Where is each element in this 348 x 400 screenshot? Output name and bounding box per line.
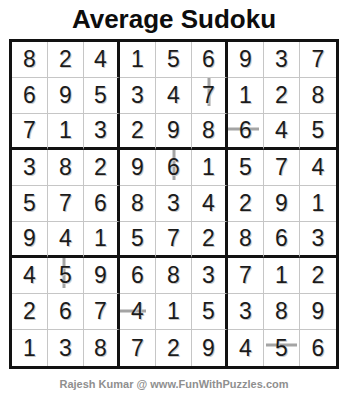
cell-r8c8: 8 <box>264 294 300 330</box>
digit: 4 <box>202 192 215 215</box>
digit: 3 <box>239 300 252 323</box>
sudoku-page: Average Sudoku 8241569376953471287132986… <box>0 0 348 400</box>
digit: 9 <box>312 300 325 323</box>
cell-r1c9: 7 <box>300 42 336 78</box>
cell-r1c2: 2 <box>48 42 84 78</box>
cell-r3c5: 9 <box>156 114 192 150</box>
digit: 8 <box>167 264 180 287</box>
cell-r6c4: 5 <box>120 222 156 258</box>
cell-r5c9: 1 <box>300 186 336 222</box>
digit: 8 <box>312 84 325 107</box>
digit: 7 <box>59 192 72 215</box>
cell-r6c3: 1 <box>84 222 120 258</box>
cell-r2c5: 4 <box>156 78 192 114</box>
cell-r2c4: 3 <box>120 78 156 114</box>
cell-r6c7: 8 <box>228 222 264 258</box>
digit: 5 <box>239 156 252 179</box>
digit: 1 <box>23 337 36 360</box>
cell-r5c3: 6 <box>84 186 120 222</box>
cell-r1c8: 3 <box>264 42 300 78</box>
cell-r3c9: 5 <box>300 114 336 150</box>
cell-r6c2: 4 <box>48 222 84 258</box>
digit: 5 <box>59 264 72 287</box>
cell-r1c5: 5 <box>156 42 192 78</box>
digit: 6 <box>202 48 215 71</box>
cell-r4c6: 1 <box>192 150 228 186</box>
cell-r6c6: 2 <box>192 222 228 258</box>
digit: 9 <box>131 156 144 179</box>
digit: 7 <box>23 119 36 142</box>
cell-r3c1: 7 <box>12 114 48 150</box>
digit: 5 <box>167 48 180 71</box>
footer-credit: Rajesh Kumar @ www.FunWithPuzzles.com <box>59 378 288 390</box>
digit: 6 <box>94 192 107 215</box>
digit: 9 <box>275 192 288 215</box>
digit: 3 <box>23 156 36 179</box>
cell-r9c4: 7 <box>120 330 156 366</box>
digit: 6 <box>312 337 325 360</box>
cell-r6c8: 6 <box>264 222 300 258</box>
digit: 1 <box>167 300 180 323</box>
digit: 2 <box>202 227 215 250</box>
digit: 2 <box>239 192 252 215</box>
cell-r2c7: 1 <box>228 78 264 114</box>
digit: 1 <box>59 119 72 142</box>
cell-r1c7: 9 <box>228 42 264 78</box>
digit: 4 <box>167 84 180 107</box>
digit: 4 <box>23 264 36 287</box>
digit: 4 <box>275 119 288 142</box>
digit: 2 <box>167 337 180 360</box>
sudoku-board: 8241569376953471287132986453829615745768… <box>9 39 339 369</box>
digit: 8 <box>202 119 215 142</box>
cell-r7c3: 9 <box>84 258 120 294</box>
cell-r7c9: 2 <box>300 258 336 294</box>
cell-r5c2: 7 <box>48 186 84 222</box>
digit: 3 <box>275 48 288 71</box>
digit: 5 <box>23 192 36 215</box>
cell-r1c3: 4 <box>84 42 120 78</box>
digit: 4 <box>131 300 144 323</box>
digit: 4 <box>239 337 252 360</box>
cell-r4c8: 7 <box>264 150 300 186</box>
digit: 2 <box>23 300 36 323</box>
digit: 5 <box>94 84 107 107</box>
digit: 6 <box>59 300 72 323</box>
cell-r3c3: 3 <box>84 114 120 150</box>
digit: 1 <box>202 156 215 179</box>
digit: 8 <box>131 192 144 215</box>
digit: 7 <box>275 156 288 179</box>
digit: 2 <box>131 119 144 142</box>
cell-r3c2: 1 <box>48 114 84 150</box>
digit: 7 <box>167 227 180 250</box>
digit: 7 <box>131 337 144 360</box>
digit: 2 <box>59 48 72 71</box>
digit: 8 <box>94 337 107 360</box>
cell-r6c1: 9 <box>12 222 48 258</box>
cell-r7c8: 1 <box>264 258 300 294</box>
digit: 7 <box>312 48 325 71</box>
digit: 2 <box>312 264 325 287</box>
cell-r4c5: 6 <box>156 150 192 186</box>
cell-r4c9: 4 <box>300 150 336 186</box>
digit: 3 <box>131 84 144 107</box>
digit: 3 <box>167 192 180 215</box>
digit: 9 <box>239 48 252 71</box>
digit: 9 <box>167 119 180 142</box>
cell-r7c5: 8 <box>156 258 192 294</box>
cell-r8c2: 6 <box>48 294 84 330</box>
digit: 4 <box>312 156 325 179</box>
cell-r1c6: 6 <box>192 42 228 78</box>
cell-r5c8: 9 <box>264 186 300 222</box>
cell-r4c7: 5 <box>228 150 264 186</box>
page-title: Average Sudoku <box>72 4 276 35</box>
digit: 5 <box>202 300 215 323</box>
cell-r7c1: 4 <box>12 258 48 294</box>
digit: 7 <box>94 300 107 323</box>
cell-r9c7: 4 <box>228 330 264 366</box>
digit: 1 <box>131 48 144 71</box>
cell-r8c6: 5 <box>192 294 228 330</box>
digit: 7 <box>202 84 215 107</box>
cell-r2c9: 8 <box>300 78 336 114</box>
cell-r1c4: 1 <box>120 42 156 78</box>
digit: 1 <box>239 84 252 107</box>
digit: 2 <box>275 84 288 107</box>
cell-r5c1: 5 <box>12 186 48 222</box>
cell-r2c6: 7 <box>192 78 228 114</box>
cell-r5c7: 2 <box>228 186 264 222</box>
cell-r4c1: 3 <box>12 150 48 186</box>
digit: 3 <box>94 119 107 142</box>
cell-r2c8: 2 <box>264 78 300 114</box>
digit: 6 <box>275 227 288 250</box>
digit: 3 <box>59 337 72 360</box>
digit: 6 <box>239 119 252 142</box>
cell-r7c6: 3 <box>192 258 228 294</box>
cell-r4c4: 9 <box>120 150 156 186</box>
digit: 8 <box>23 48 36 71</box>
digit: 9 <box>23 227 36 250</box>
digit: 8 <box>275 300 288 323</box>
digit: 4 <box>94 48 107 71</box>
digit: 9 <box>94 264 107 287</box>
digit: 1 <box>312 192 325 215</box>
cell-r8c4: 4 <box>120 294 156 330</box>
cell-r3c7: 6 <box>228 114 264 150</box>
digit: 2 <box>94 156 107 179</box>
digit: 1 <box>94 227 107 250</box>
cell-r2c3: 5 <box>84 78 120 114</box>
digit: 3 <box>202 264 215 287</box>
digit: 5 <box>275 337 288 360</box>
digit: 6 <box>23 84 36 107</box>
cell-r2c2: 9 <box>48 78 84 114</box>
cell-r8c1: 2 <box>12 294 48 330</box>
cell-r6c9: 3 <box>300 222 336 258</box>
digit: 5 <box>312 119 325 142</box>
cell-r3c6: 8 <box>192 114 228 150</box>
cell-r9c1: 1 <box>12 330 48 366</box>
digit: 8 <box>59 156 72 179</box>
digit: 7 <box>239 264 252 287</box>
cell-r1c1: 8 <box>12 42 48 78</box>
cell-r9c9: 6 <box>300 330 336 366</box>
digit: 6 <box>131 264 144 287</box>
cell-r9c6: 9 <box>192 330 228 366</box>
digit: 9 <box>59 84 72 107</box>
cell-r3c4: 2 <box>120 114 156 150</box>
cell-r8c7: 3 <box>228 294 264 330</box>
cell-r9c5: 2 <box>156 330 192 366</box>
digit: 1 <box>275 264 288 287</box>
cell-r7c7: 7 <box>228 258 264 294</box>
digit: 6 <box>167 156 180 179</box>
cell-r9c8: 5 <box>264 330 300 366</box>
digit: 8 <box>239 227 252 250</box>
cell-r4c3: 2 <box>84 150 120 186</box>
cell-r2c1: 6 <box>12 78 48 114</box>
cell-r4c2: 8 <box>48 150 84 186</box>
digit: 4 <box>59 227 72 250</box>
cell-r8c3: 7 <box>84 294 120 330</box>
cell-r6c5: 7 <box>156 222 192 258</box>
digit: 3 <box>312 227 325 250</box>
cell-r9c3: 8 <box>84 330 120 366</box>
cell-r8c9: 9 <box>300 294 336 330</box>
cell-r5c5: 3 <box>156 186 192 222</box>
cell-r8c5: 1 <box>156 294 192 330</box>
cell-r5c4: 8 <box>120 186 156 222</box>
cell-r9c2: 3 <box>48 330 84 366</box>
digit: 9 <box>202 337 215 360</box>
cell-r5c6: 4 <box>192 186 228 222</box>
cell-r3c8: 4 <box>264 114 300 150</box>
cell-r7c4: 6 <box>120 258 156 294</box>
digit: 5 <box>131 227 144 250</box>
cell-r7c2: 5 <box>48 258 84 294</box>
